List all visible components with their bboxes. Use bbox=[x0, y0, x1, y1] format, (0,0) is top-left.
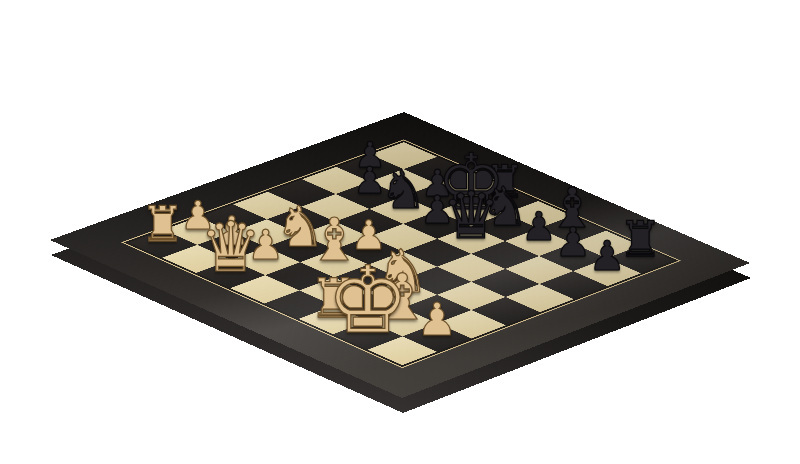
chess-set-photo: ♜♛♜♚♟♟♟♝♟♞♝♞♟♟♞♟♛♟♟♚♞♟♟♟♜♝♜ bbox=[0, 0, 800, 464]
chess-board bbox=[50, 112, 750, 398]
